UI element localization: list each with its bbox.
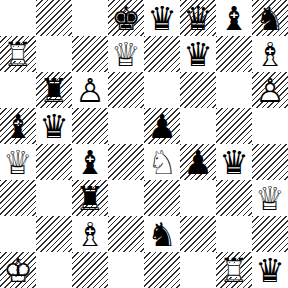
square-e8[interactable]: ♛♛ <box>144 0 180 36</box>
square-b8[interactable] <box>36 0 72 36</box>
square-c6[interactable]: ♟♙ <box>72 72 108 108</box>
black-bishop-icon: ♝ <box>216 0 252 36</box>
square-f7[interactable]: ♛♛ <box>180 36 216 72</box>
black-queen-icon: ♛ <box>180 0 216 36</box>
white-rook-icon: ♖ <box>0 36 36 72</box>
black-pawn-icon: ♟ <box>180 144 216 180</box>
square-d8[interactable]: ♚♚ <box>108 0 144 36</box>
square-h5[interactable] <box>252 108 288 144</box>
square-e6[interactable] <box>144 72 180 108</box>
square-b5[interactable]: ♛♛ <box>36 108 72 144</box>
square-g2[interactable] <box>216 216 252 252</box>
square-f8[interactable]: ♛♛ <box>180 0 216 36</box>
square-h1[interactable]: ♛♛ <box>252 252 288 288</box>
square-b7[interactable] <box>36 36 72 72</box>
square-e5[interactable]: ♟♟ <box>144 108 180 144</box>
square-f5[interactable] <box>180 108 216 144</box>
square-a4[interactable]: ♛♕ <box>0 144 36 180</box>
square-h8[interactable]: ♞♞ <box>252 0 288 36</box>
square-a1[interactable]: ♚♔ <box>0 252 36 288</box>
square-d3[interactable] <box>108 180 144 216</box>
square-d6[interactable] <box>108 72 144 108</box>
square-e7[interactable] <box>144 36 180 72</box>
square-d2[interactable] <box>108 216 144 252</box>
white-pawn-icon: ♙ <box>72 72 108 108</box>
square-c5[interactable] <box>72 108 108 144</box>
square-e2[interactable]: ♞♞ <box>144 216 180 252</box>
black-rook-icon: ♜ <box>72 180 108 216</box>
square-b1[interactable] <box>36 252 72 288</box>
square-b3[interactable] <box>36 180 72 216</box>
black-bishop-icon: ♝ <box>72 144 108 180</box>
black-queen-icon: ♛ <box>144 0 180 36</box>
square-h4[interactable] <box>252 144 288 180</box>
black-queen-icon: ♛ <box>252 252 288 288</box>
black-queen-icon: ♛ <box>216 144 252 180</box>
square-b4[interactable] <box>36 144 72 180</box>
square-c8[interactable] <box>72 0 108 36</box>
white-queen-icon: ♕ <box>0 144 36 180</box>
square-a8[interactable] <box>0 0 36 36</box>
square-c3[interactable]: ♜♜ <box>72 180 108 216</box>
white-king-icon: ♔ <box>0 252 36 288</box>
black-rook-icon: ♜ <box>36 72 72 108</box>
square-g1[interactable]: ♜♖ <box>216 252 252 288</box>
square-h3[interactable]: ♛♕ <box>252 180 288 216</box>
square-a5[interactable]: ♝♝ <box>0 108 36 144</box>
black-bishop-icon: ♝ <box>0 108 36 144</box>
black-queen-icon: ♛ <box>180 36 216 72</box>
square-f3[interactable] <box>180 180 216 216</box>
square-d7[interactable]: ♛♕ <box>108 36 144 72</box>
square-h2[interactable] <box>252 216 288 252</box>
square-g5[interactable] <box>216 108 252 144</box>
square-e3[interactable] <box>144 180 180 216</box>
square-g8[interactable]: ♝♝ <box>216 0 252 36</box>
square-c7[interactable] <box>72 36 108 72</box>
square-h7[interactable]: ♝♗ <box>252 36 288 72</box>
square-d4[interactable] <box>108 144 144 180</box>
square-h6[interactable]: ♟♙ <box>252 72 288 108</box>
chess-board: ♚♚♛♛♛♛♝♝♞♞♜♖♛♕♛♛♝♗♜♜♟♙♟♙♝♝♛♛♟♟♛♕♝♝♞♘♟♟♛♛… <box>0 0 288 288</box>
black-knight-icon: ♞ <box>252 0 288 36</box>
black-pawn-icon: ♟ <box>144 108 180 144</box>
square-a3[interactable] <box>0 180 36 216</box>
square-f4[interactable]: ♟♟ <box>180 144 216 180</box>
square-e4[interactable]: ♞♘ <box>144 144 180 180</box>
square-g7[interactable] <box>216 36 252 72</box>
white-bishop-icon: ♗ <box>252 36 288 72</box>
square-f6[interactable] <box>180 72 216 108</box>
white-queen-icon: ♕ <box>252 180 288 216</box>
square-c2[interactable]: ♝♗ <box>72 216 108 252</box>
white-rook-icon: ♖ <box>216 252 252 288</box>
square-a7[interactable]: ♜♖ <box>0 36 36 72</box>
square-e1[interactable] <box>144 252 180 288</box>
square-g6[interactable] <box>216 72 252 108</box>
white-queen-icon: ♕ <box>108 36 144 72</box>
square-g4[interactable]: ♛♛ <box>216 144 252 180</box>
white-pawn-icon: ♙ <box>252 72 288 108</box>
square-b6[interactable]: ♜♜ <box>36 72 72 108</box>
black-king-icon: ♚ <box>108 0 144 36</box>
black-queen-icon: ♛ <box>36 108 72 144</box>
square-d5[interactable] <box>108 108 144 144</box>
square-a2[interactable] <box>0 216 36 252</box>
square-c4[interactable]: ♝♝ <box>72 144 108 180</box>
square-a6[interactable] <box>0 72 36 108</box>
black-knight-icon: ♞ <box>144 216 180 252</box>
square-f2[interactable] <box>180 216 216 252</box>
square-d1[interactable] <box>108 252 144 288</box>
square-f1[interactable] <box>180 252 216 288</box>
white-knight-icon: ♘ <box>144 144 180 180</box>
white-bishop-icon: ♗ <box>72 216 108 252</box>
square-g3[interactable] <box>216 180 252 216</box>
square-b2[interactable] <box>36 216 72 252</box>
square-c1[interactable] <box>72 252 108 288</box>
